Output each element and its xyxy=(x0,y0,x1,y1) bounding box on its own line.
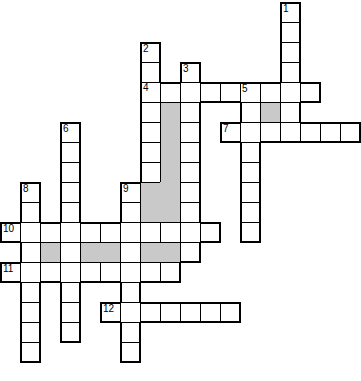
letter-cell-r6c3[interactable]: 6 xyxy=(60,122,81,143)
letter-cell-r10c6[interactable] xyxy=(120,202,141,223)
letter-cell-r4c7[interactable]: 4 xyxy=(140,82,161,103)
letter-cell-r0c14[interactable]: 1 xyxy=(280,2,301,23)
letter-cell-r4c8[interactable] xyxy=(160,82,181,103)
letter-cell-r6c9[interactable] xyxy=(180,122,201,143)
clue-number-5: 5 xyxy=(242,84,248,94)
letter-cell-r11c1[interactable] xyxy=(20,222,41,243)
letter-cell-r5c14[interactable] xyxy=(280,102,301,123)
letter-cell-r7c3[interactable] xyxy=(60,142,81,163)
letter-cell-r16c6[interactable] xyxy=(120,322,141,343)
clue-number-2: 2 xyxy=(143,44,149,54)
shaded-cell-r5c13 xyxy=(260,102,281,123)
letter-cell-r11c9[interactable] xyxy=(180,222,201,243)
letter-cell-r6c11[interactable]: 7 xyxy=(220,122,241,143)
crossword-board: 123456789101112 xyxy=(0,0,361,381)
letter-cell-r9c3[interactable] xyxy=(60,182,81,203)
letter-cell-r4c13[interactable] xyxy=(260,82,281,103)
shaded-cell-r7c8 xyxy=(160,142,181,163)
letter-cell-r6c7[interactable] xyxy=(140,122,161,143)
letter-cell-r2c14[interactable] xyxy=(280,42,301,63)
letter-cell-r15c1[interactable] xyxy=(20,302,41,323)
clue-number-6: 6 xyxy=(63,124,69,134)
letter-cell-r15c10[interactable] xyxy=(200,302,221,323)
letter-cell-r10c1[interactable] xyxy=(20,202,41,223)
letter-cell-r6c14[interactable] xyxy=(280,122,301,143)
letter-cell-r12c6[interactable] xyxy=(120,242,141,263)
clue-number-8: 8 xyxy=(23,184,29,194)
letter-cell-r13c5[interactable] xyxy=(100,262,121,283)
letter-cell-r4c14[interactable] xyxy=(280,82,301,103)
letter-cell-r3c9[interactable]: 3 xyxy=(180,62,201,83)
letter-cell-r15c3[interactable] xyxy=(60,302,81,323)
letter-cell-r7c7[interactable] xyxy=(140,142,161,163)
letter-cell-r15c11[interactable] xyxy=(220,302,241,323)
letter-cell-r14c3[interactable] xyxy=(60,282,81,303)
clue-number-10: 10 xyxy=(3,224,14,234)
shaded-cell-r12c7 xyxy=(140,242,161,263)
letter-cell-r11c6[interactable] xyxy=(120,222,141,243)
letter-cell-r2c7[interactable]: 2 xyxy=(140,42,161,63)
letter-cell-r13c3[interactable] xyxy=(60,262,81,283)
letter-cell-r3c14[interactable] xyxy=(280,62,301,83)
letter-cell-r14c6[interactable] xyxy=(120,282,141,303)
letter-cell-r12c9[interactable] xyxy=(180,242,201,263)
letter-cell-r10c3[interactable] xyxy=(60,202,81,223)
letter-cell-r17c6[interactable] xyxy=(120,342,141,363)
clue-number-1: 1 xyxy=(283,4,289,14)
shaded-cell-r12c8 xyxy=(160,242,181,263)
shaded-cell-r9c8 xyxy=(160,182,181,203)
letter-cell-r8c12[interactable] xyxy=(240,162,261,183)
letter-cell-r6c13[interactable] xyxy=(260,122,281,143)
shaded-cell-r6c8 xyxy=(160,122,181,143)
letter-cell-r8c3[interactable] xyxy=(60,162,81,183)
clue-number-9: 9 xyxy=(123,184,129,194)
letter-cell-r12c1[interactable] xyxy=(20,242,41,263)
letter-cell-r15c6[interactable] xyxy=(120,302,141,323)
clue-number-11: 11 xyxy=(3,264,13,274)
letter-cell-r4c15[interactable] xyxy=(300,82,321,103)
letter-cell-r4c12[interactable]: 5 xyxy=(240,82,261,103)
letter-cell-r15c8[interactable] xyxy=(160,302,181,323)
letter-cell-r11c3[interactable] xyxy=(60,222,81,243)
letter-cell-r11c12[interactable] xyxy=(240,222,261,243)
letter-cell-r6c12[interactable] xyxy=(240,122,261,143)
clue-number-7: 7 xyxy=(223,124,229,134)
letter-cell-r6c17[interactable] xyxy=(340,122,361,143)
shaded-cell-r8c8 xyxy=(160,162,181,183)
clue-number-12: 12 xyxy=(103,304,114,314)
letter-cell-r6c15[interactable] xyxy=(300,122,321,143)
letter-cell-r1c14[interactable] xyxy=(280,22,301,43)
letter-cell-r11c0[interactable]: 10 xyxy=(0,222,21,243)
shaded-cell-r5c8 xyxy=(160,102,181,123)
letter-cell-r4c10[interactable] xyxy=(200,82,221,103)
letter-cell-r11c8[interactable] xyxy=(160,222,181,243)
letter-cell-r15c9[interactable] xyxy=(180,302,201,323)
letter-cell-r8c7[interactable] xyxy=(140,162,161,183)
shaded-cell-r12c4 xyxy=(80,242,101,263)
letter-cell-r5c7[interactable] xyxy=(140,102,161,123)
letter-cell-r16c3[interactable] xyxy=(60,322,81,343)
shaded-cell-r10c7 xyxy=(140,202,161,223)
shaded-cell-r10c8 xyxy=(160,202,181,223)
letter-cell-r13c0[interactable]: 11 xyxy=(0,262,21,283)
shaded-cell-r12c5 xyxy=(100,242,121,263)
letter-cell-r13c6[interactable] xyxy=(120,262,141,283)
letter-cell-r4c9[interactable] xyxy=(180,82,201,103)
letter-cell-r3c7[interactable] xyxy=(140,62,161,83)
letter-cell-r11c2[interactable] xyxy=(40,222,61,243)
letter-cell-r10c12[interactable] xyxy=(240,202,261,223)
letter-cell-r9c9[interactable] xyxy=(180,182,201,203)
letter-cell-r8c9[interactable] xyxy=(180,162,201,183)
letter-cell-r9c1[interactable]: 8 xyxy=(20,182,41,203)
letter-cell-r11c5[interactable] xyxy=(100,222,121,243)
letter-cell-r12c3[interactable] xyxy=(60,242,81,263)
letter-cell-r7c9[interactable] xyxy=(180,142,201,163)
letter-cell-r14c1[interactable] xyxy=(20,282,41,303)
letter-cell-r9c6[interactable]: 9 xyxy=(120,182,141,203)
clue-number-3: 3 xyxy=(183,64,189,74)
letter-cell-r13c1[interactable] xyxy=(20,262,41,283)
clue-number-4: 4 xyxy=(143,83,149,93)
letter-cell-r11c10[interactable] xyxy=(200,222,221,243)
letter-cell-r13c4[interactable] xyxy=(80,262,101,283)
letter-cell-r5c9[interactable] xyxy=(180,102,201,123)
letter-cell-r6c16[interactable] xyxy=(320,122,341,143)
letter-cell-r15c5[interactable]: 12 xyxy=(100,302,121,323)
letter-cell-r15c7[interactable] xyxy=(140,302,161,323)
letter-cell-r5c12[interactable] xyxy=(240,102,261,123)
letter-cell-r16c1[interactable] xyxy=(20,322,41,343)
shaded-cell-r12c2 xyxy=(40,242,61,263)
letter-cell-r9c12[interactable] xyxy=(240,182,261,203)
letter-cell-r17c1[interactable] xyxy=(20,342,41,363)
shaded-cell-r9c7 xyxy=(140,182,161,203)
letter-cell-r13c8[interactable] xyxy=(160,262,181,283)
letter-cell-r13c2[interactable] xyxy=(40,262,61,283)
letter-cell-r4c11[interactable] xyxy=(220,82,241,103)
letter-cell-r10c9[interactable] xyxy=(180,202,201,223)
letter-cell-r11c4[interactable] xyxy=(80,222,101,243)
letter-cell-r11c7[interactable] xyxy=(140,222,161,243)
letter-cell-r7c12[interactable] xyxy=(240,142,261,163)
letter-cell-r13c7[interactable] xyxy=(140,262,161,283)
